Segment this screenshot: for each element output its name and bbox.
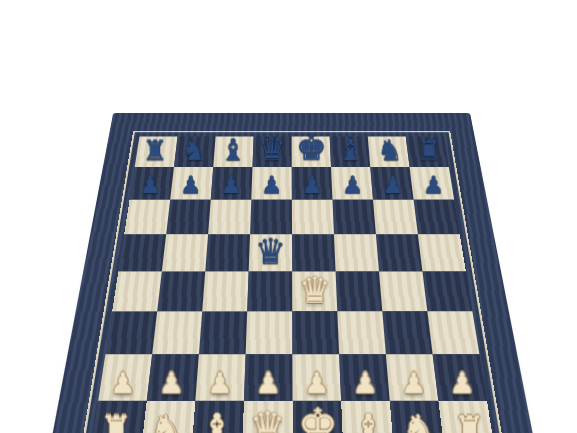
piece-blue-pawn: ♟ [422, 173, 444, 197]
square-a3[interactable] [105, 311, 157, 354]
square-c3[interactable] [198, 311, 246, 354]
square-d1[interactable]: ♛ [242, 401, 293, 433]
board-frame: ♜♞♝♛♚♝♞♜♟♟♟♟♟♟♟♟♛♛♟♟♟♟♟♟♟♟♜♞♝♛♚♝♞♜ [40, 113, 544, 433]
square-e8[interactable]: ♚ [291, 136, 330, 166]
square-e5[interactable] [291, 234, 335, 271]
square-c8[interactable]: ♝ [213, 136, 253, 166]
board-inlay-line: ♜♞♝♛♚♝♞♜♟♟♟♟♟♟♟♟♛♛♟♟♟♟♟♟♟♟♜♞♝♛♚♝♞♜ [78, 131, 505, 433]
piece-cream-king: ♚ [297, 403, 337, 433]
square-h3[interactable] [427, 311, 479, 354]
square-g6[interactable] [373, 199, 418, 234]
square-f7[interactable]: ♟ [331, 167, 373, 200]
piece-blue-queen: ♛ [254, 234, 285, 269]
square-f3[interactable] [337, 311, 386, 354]
piece-cream-queen: ♛ [249, 406, 286, 433]
piece-blue-rook: ♜ [142, 137, 167, 165]
square-b3[interactable] [152, 311, 202, 354]
square-b7[interactable]: ♟ [170, 167, 213, 200]
piece-blue-pawn: ♟ [139, 173, 161, 197]
square-a6[interactable] [124, 199, 170, 234]
piece-cream-pawn: ♟ [109, 368, 135, 397]
square-g7[interactable]: ♟ [370, 167, 413, 200]
piece-cream-pawn: ♟ [303, 368, 329, 397]
piece-blue-pawn: ♟ [301, 173, 323, 197]
square-b8[interactable]: ♞ [174, 136, 216, 166]
square-d3[interactable] [245, 311, 292, 354]
square-b4[interactable] [157, 271, 205, 311]
piece-cream-rook: ♜ [99, 411, 131, 433]
square-g8[interactable]: ♞ [367, 136, 409, 166]
photo-background: ♜♞♝♛♚♝♞♜♟♟♟♟♟♟♟♟♛♛♟♟♟♟♟♟♟♟♜♞♝♛♚♝♞♜ [0, 0, 577, 433]
square-b2[interactable]: ♟ [146, 354, 198, 400]
square-c6[interactable] [208, 199, 251, 234]
square-f6[interactable] [332, 199, 375, 234]
square-e2[interactable]: ♟ [292, 354, 341, 400]
piece-blue-rook: ♜ [416, 137, 441, 165]
square-e1[interactable]: ♚ [292, 401, 343, 433]
square-h7[interactable]: ♟ [409, 167, 454, 200]
square-c5[interactable] [205, 234, 250, 271]
piece-blue-pawn: ♟ [260, 173, 282, 197]
square-a7[interactable]: ♟ [129, 167, 173, 200]
piece-cream-rook: ♜ [453, 411, 485, 433]
square-f2[interactable]: ♟ [339, 354, 390, 400]
square-f8[interactable]: ♝ [329, 136, 370, 166]
piece-cream-pawn: ♟ [352, 368, 378, 397]
piece-blue-pawn: ♟ [382, 173, 404, 197]
chess-board: ♜♞♝♛♚♝♞♜♟♟♟♟♟♟♟♟♛♛♟♟♟♟♟♟♟♟♜♞♝♛♚♝♞♜ [40, 113, 544, 433]
piece-cream-pawn: ♟ [255, 368, 281, 397]
piece-blue-pawn: ♟ [220, 173, 242, 197]
square-g4[interactable] [378, 271, 426, 311]
square-d4[interactable] [247, 271, 292, 311]
square-d7[interactable]: ♟ [251, 167, 292, 200]
square-b6[interactable] [166, 199, 211, 234]
square-a2[interactable]: ♟ [98, 354, 152, 400]
square-g5[interactable] [375, 234, 422, 271]
square-g1[interactable]: ♞ [389, 401, 444, 433]
square-f5[interactable] [333, 234, 378, 271]
square-a4[interactable] [112, 271, 162, 311]
piece-cream-queen: ♛ [298, 272, 331, 308]
board-grid: ♜♞♝♛♚♝♞♜♟♟♟♟♟♟♟♟♛♛♟♟♟♟♟♟♟♟♜♞♝♛♚♝♞♜ [90, 136, 495, 433]
piece-cream-pawn: ♟ [158, 368, 184, 397]
square-a1[interactable]: ♜ [90, 401, 146, 433]
piece-cream-pawn: ♟ [400, 368, 426, 397]
piece-cream-pawn: ♟ [206, 368, 232, 397]
square-c2[interactable]: ♟ [195, 354, 245, 400]
square-d5[interactable]: ♛ [248, 234, 291, 271]
piece-cream-knight: ♞ [149, 410, 182, 433]
piece-blue-pawn: ♟ [341, 173, 363, 197]
piece-blue-bishop: ♝ [337, 135, 364, 165]
square-c7[interactable]: ♟ [210, 167, 252, 200]
square-c4[interactable] [202, 271, 249, 311]
square-e4[interactable]: ♛ [292, 271, 337, 311]
square-e6[interactable] [291, 199, 333, 234]
square-g2[interactable]: ♟ [385, 354, 437, 400]
piece-blue-knight: ♞ [180, 136, 206, 165]
square-e3[interactable] [292, 311, 339, 354]
square-a5[interactable] [118, 234, 166, 271]
square-h8[interactable]: ♜ [405, 136, 448, 166]
square-g3[interactable] [382, 311, 432, 354]
square-b5[interactable] [161, 234, 207, 271]
square-h2[interactable]: ♟ [432, 354, 486, 400]
square-h5[interactable] [417, 234, 465, 271]
piece-blue-knight: ♞ [376, 136, 402, 165]
square-d2[interactable]: ♟ [243, 354, 292, 400]
square-h6[interactable] [413, 199, 459, 234]
square-a8[interactable]: ♜ [134, 136, 177, 166]
square-h4[interactable] [422, 271, 472, 311]
square-e7[interactable]: ♟ [291, 167, 332, 200]
piece-cream-bishop: ♝ [351, 409, 385, 433]
piece-blue-king: ♚ [295, 130, 326, 165]
piece-cream-knight: ♞ [402, 410, 435, 433]
square-f4[interactable] [335, 271, 382, 311]
square-d8[interactable]: ♛ [252, 136, 291, 166]
square-b1[interactable]: ♞ [140, 401, 194, 433]
piece-cream-pawn: ♟ [449, 368, 475, 397]
piece-cream-bishop: ♝ [199, 409, 233, 433]
piece-blue-queen: ♛ [257, 133, 285, 165]
chessboard-scene: ♜♞♝♛♚♝♞♜♟♟♟♟♟♟♟♟♛♛♟♟♟♟♟♟♟♟♜♞♝♛♚♝♞♜ [0, 0, 577, 433]
square-f1[interactable]: ♝ [341, 401, 394, 433]
square-h1[interactable]: ♜ [438, 401, 495, 433]
square-c1[interactable]: ♝ [191, 401, 243, 433]
piece-blue-bishop: ♝ [219, 135, 246, 165]
square-d6[interactable] [250, 199, 292, 234]
piece-blue-pawn: ♟ [179, 173, 201, 197]
